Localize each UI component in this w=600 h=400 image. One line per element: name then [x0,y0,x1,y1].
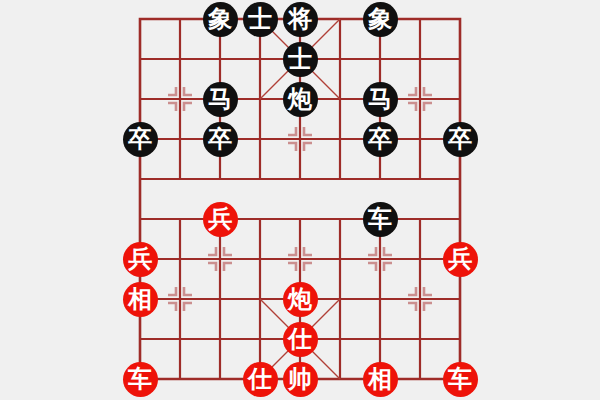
piece-black-chariot[interactable]: 车 [363,202,398,237]
piece-black-horse[interactable]: 马 [363,82,398,117]
screenshot-root: { "game": "xiangqi", "title": "Xiangqi b… [0,0,600,400]
xiangqi-board: 象士将象士马炮马卒卒卒卒兵车兵兵相炮仕车仕帅相车 [0,0,600,400]
piece-black-general[interactable]: 将 [283,2,318,37]
piece-red-chariot[interactable]: 车 [123,362,158,397]
piece-red-soldier[interactable]: 兵 [203,202,238,237]
piece-black-advisor[interactable]: 士 [283,42,318,77]
piece-black-cannon[interactable]: 炮 [283,82,318,117]
piece-red-chariot[interactable]: 车 [443,362,478,397]
piece-black-elephant[interactable]: 象 [363,2,398,37]
piece-red-soldier[interactable]: 兵 [443,242,478,277]
piece-black-horse[interactable]: 马 [203,82,238,117]
piece-black-advisor[interactable]: 士 [243,2,278,37]
piece-black-soldier[interactable]: 卒 [363,122,398,157]
piece-red-cannon[interactable]: 炮 [283,282,318,317]
piece-black-soldier[interactable]: 卒 [443,122,478,157]
piece-red-soldier[interactable]: 兵 [123,242,158,277]
piece-red-advisor[interactable]: 仕 [283,322,318,357]
piece-black-soldier[interactable]: 卒 [123,122,158,157]
piece-black-elephant[interactable]: 象 [203,2,238,37]
piece-red-elephant[interactable]: 相 [363,362,398,397]
piece-black-soldier[interactable]: 卒 [203,122,238,157]
piece-red-elephant[interactable]: 相 [123,282,158,317]
piece-red-advisor[interactable]: 仕 [243,362,278,397]
piece-layer: 象士将象士马炮马卒卒卒卒兵车兵兵相炮仕车仕帅相车 [120,0,480,399]
piece-red-general[interactable]: 帅 [283,362,318,397]
